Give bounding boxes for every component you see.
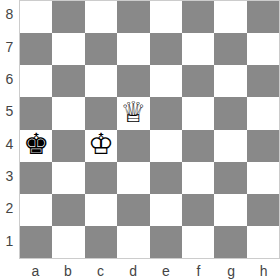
square-c4[interactable]: ♔ — [85, 130, 117, 162]
square-c2[interactable] — [85, 194, 117, 226]
rank-label-6: 6 — [0, 65, 19, 97]
square-h2[interactable] — [247, 194, 279, 226]
file-label-b: b — [52, 259, 85, 280]
square-a6[interactable] — [20, 65, 52, 97]
file-label-c: c — [84, 259, 117, 280]
square-f4[interactable] — [182, 130, 214, 162]
square-g8[interactable] — [214, 1, 246, 33]
square-h4[interactable] — [247, 130, 279, 162]
square-c1[interactable] — [85, 226, 117, 258]
square-g7[interactable] — [214, 33, 246, 65]
square-a3[interactable] — [20, 162, 52, 194]
square-g4[interactable] — [214, 130, 246, 162]
square-e4[interactable] — [150, 130, 182, 162]
file-label-f: f — [182, 259, 215, 280]
square-e8[interactable] — [150, 1, 182, 33]
square-h1[interactable] — [247, 226, 279, 258]
square-f3[interactable] — [182, 162, 214, 194]
square-h8[interactable] — [247, 1, 279, 33]
rank-label-5: 5 — [0, 97, 19, 129]
chess-diagram: 87654321 ♕♚♔ abcdefgh — [0, 0, 280, 280]
square-d8[interactable] — [117, 1, 149, 33]
rank-label-1: 1 — [0, 227, 19, 259]
square-d2[interactable] — [117, 194, 149, 226]
rank-label-7: 7 — [0, 32, 19, 64]
square-a4[interactable]: ♚ — [20, 130, 52, 162]
square-d4[interactable] — [117, 130, 149, 162]
square-a7[interactable] — [20, 33, 52, 65]
square-b3[interactable] — [52, 162, 84, 194]
board-corner-spacer — [0, 259, 19, 280]
square-b5[interactable] — [52, 97, 84, 129]
square-h3[interactable] — [247, 162, 279, 194]
square-f1[interactable] — [182, 226, 214, 258]
square-c3[interactable] — [85, 162, 117, 194]
square-h7[interactable] — [247, 33, 279, 65]
square-d3[interactable] — [117, 162, 149, 194]
square-b2[interactable] — [52, 194, 84, 226]
square-b8[interactable] — [52, 1, 84, 33]
square-h5[interactable] — [247, 97, 279, 129]
square-g6[interactable] — [214, 65, 246, 97]
square-e3[interactable] — [150, 162, 182, 194]
square-d5[interactable]: ♕ — [117, 97, 149, 129]
square-e5[interactable] — [150, 97, 182, 129]
rank-label-8: 8 — [0, 0, 19, 32]
rank-label-3: 3 — [0, 162, 19, 194]
square-e7[interactable] — [150, 33, 182, 65]
square-d7[interactable] — [117, 33, 149, 65]
square-a5[interactable] — [20, 97, 52, 129]
square-b7[interactable] — [52, 33, 84, 65]
square-f8[interactable] — [182, 1, 214, 33]
square-f6[interactable] — [182, 65, 214, 97]
square-f5[interactable] — [182, 97, 214, 129]
white-king-piece[interactable]: ♔ — [88, 130, 114, 159]
square-c5[interactable] — [85, 97, 117, 129]
black-king-piece[interactable]: ♚ — [23, 130, 49, 159]
square-e6[interactable] — [150, 65, 182, 97]
square-a1[interactable] — [20, 226, 52, 258]
square-h6[interactable] — [247, 65, 279, 97]
rank-label-2: 2 — [0, 194, 19, 226]
square-d1[interactable] — [117, 226, 149, 258]
square-g1[interactable] — [214, 226, 246, 258]
square-b1[interactable] — [52, 226, 84, 258]
white-queen-piece[interactable]: ♕ — [120, 98, 146, 127]
square-d6[interactable] — [117, 65, 149, 97]
file-label-g: g — [215, 259, 248, 280]
chess-board[interactable]: ♕♚♔ — [19, 0, 280, 259]
square-a2[interactable] — [20, 194, 52, 226]
rank-label-4: 4 — [0, 130, 19, 162]
square-a8[interactable] — [20, 1, 52, 33]
square-g2[interactable] — [214, 194, 246, 226]
rank-labels: 87654321 — [0, 0, 19, 259]
file-label-h: h — [247, 259, 280, 280]
file-labels: abcdefgh — [19, 259, 280, 280]
file-label-e: e — [150, 259, 183, 280]
square-c6[interactable] — [85, 65, 117, 97]
square-c8[interactable] — [85, 1, 117, 33]
square-f7[interactable] — [182, 33, 214, 65]
file-label-a: a — [19, 259, 52, 280]
square-e1[interactable] — [150, 226, 182, 258]
file-label-d: d — [117, 259, 150, 280]
square-e2[interactable] — [150, 194, 182, 226]
square-b6[interactable] — [52, 65, 84, 97]
square-g3[interactable] — [214, 162, 246, 194]
square-c7[interactable] — [85, 33, 117, 65]
square-g5[interactable] — [214, 97, 246, 129]
square-f2[interactable] — [182, 194, 214, 226]
square-b4[interactable] — [52, 130, 84, 162]
